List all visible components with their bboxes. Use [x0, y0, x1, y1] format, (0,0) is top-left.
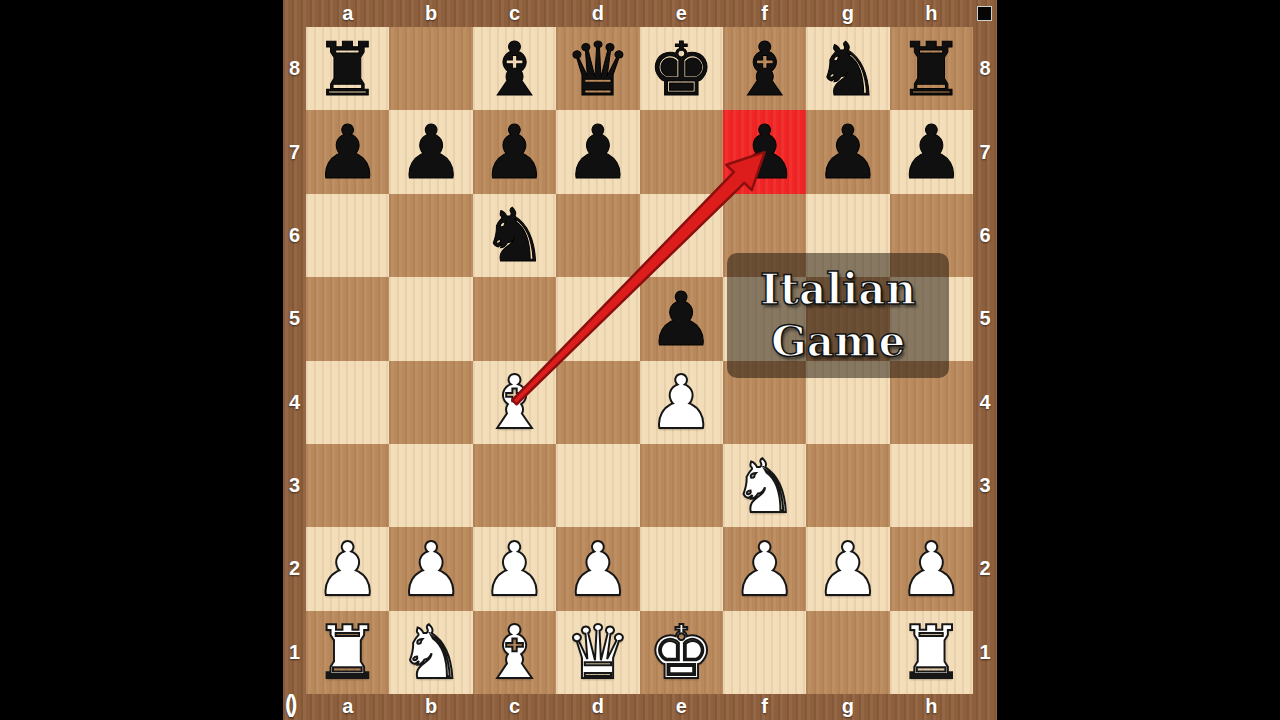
square-d5[interactable] [556, 277, 639, 360]
piece-white-pawn[interactable]: ♟ [565, 532, 631, 606]
piece-white-pawn[interactable]: ♟ [648, 365, 714, 439]
square-c8[interactable]: ♝ [473, 27, 556, 110]
rank-label-8: 8 [283, 27, 306, 110]
square-b7[interactable]: ♟ [389, 110, 472, 193]
rank-label-7: 7 [283, 110, 306, 193]
square-d1[interactable]: ♛ [556, 611, 639, 694]
piece-white-pawn[interactable]: ♟ [898, 532, 964, 606]
piece-black-rook[interactable]: ♜ [898, 32, 964, 106]
square-f8[interactable]: ♝ [723, 27, 806, 110]
square-d6[interactable] [556, 194, 639, 277]
square-g3[interactable] [806, 444, 889, 527]
piece-black-pawn[interactable]: ♟ [815, 115, 881, 189]
rank-label-5: 5 [973, 277, 997, 360]
square-g7[interactable]: ♟ [806, 110, 889, 193]
square-d3[interactable] [556, 444, 639, 527]
square-c2[interactable]: ♟ [473, 527, 556, 610]
square-a3[interactable] [306, 444, 389, 527]
piece-white-pawn[interactable]: ♟ [315, 532, 381, 606]
square-g2[interactable]: ♟ [806, 527, 889, 610]
file-label-d: d [556, 0, 639, 27]
file-label-a: a [306, 693, 389, 720]
rank-label-4: 4 [283, 361, 306, 444]
square-g1[interactable] [806, 611, 889, 694]
square-b8[interactable] [389, 27, 472, 110]
opening-label-line2: Game [771, 316, 905, 367]
square-a5[interactable] [306, 277, 389, 360]
rank-label-8: 8 [973, 27, 997, 110]
piece-white-queen[interactable]: ♛ [565, 615, 631, 689]
file-label-c: c [473, 693, 556, 720]
square-c3[interactable] [473, 444, 556, 527]
piece-black-bishop[interactable]: ♝ [731, 32, 797, 106]
square-e1[interactable]: ♚ [640, 611, 723, 694]
opening-label-line1: Italian [760, 264, 916, 315]
file-label-h: h [890, 693, 973, 720]
square-c7[interactable]: ♟ [473, 110, 556, 193]
piece-black-knight[interactable]: ♞ [815, 32, 881, 106]
piece-black-pawn[interactable]: ♟ [398, 115, 464, 189]
rank-label-2: 2 [973, 527, 997, 610]
square-c4[interactable]: ♝ [473, 361, 556, 444]
piece-black-pawn[interactable]: ♟ [898, 115, 964, 189]
rank-labels-left: 87654321 [283, 27, 306, 694]
rank-label-6: 6 [283, 194, 306, 277]
piece-white-bishop[interactable]: ♝ [481, 615, 547, 689]
rank-label-3: 3 [973, 444, 997, 527]
piece-white-knight[interactable]: ♞ [398, 615, 464, 689]
square-c6[interactable]: ♞ [473, 194, 556, 277]
rank-label-1: 1 [283, 611, 306, 694]
rank-label-1: 1 [973, 611, 997, 694]
square-c1[interactable]: ♝ [473, 611, 556, 694]
square-b1[interactable]: ♞ [389, 611, 472, 694]
piece-black-knight[interactable]: ♞ [481, 198, 547, 272]
piece-white-king[interactable]: ♚ [648, 615, 714, 689]
square-b5[interactable] [389, 277, 472, 360]
square-a1[interactable]: ♜ [306, 611, 389, 694]
square-f7[interactable]: ♟ [723, 110, 806, 193]
rank-label-7: 7 [973, 110, 997, 193]
square-c5[interactable] [473, 277, 556, 360]
file-label-a: a [306, 0, 389, 27]
square-d7[interactable]: ♟ [556, 110, 639, 193]
piece-black-pawn[interactable]: ♟ [648, 282, 714, 356]
rank-label-4: 4 [973, 361, 997, 444]
square-f2[interactable]: ♟ [723, 527, 806, 610]
square-h3[interactable] [890, 444, 973, 527]
square-h8[interactable]: ♜ [890, 27, 973, 110]
file-label-g: g [806, 0, 889, 27]
chess-board-frame: abcdefgh abcdefgh 87654321 87654321 ♜♝♛♚… [283, 0, 997, 720]
square-e4[interactable]: ♟ [640, 361, 723, 444]
square-e8[interactable]: ♚ [640, 27, 723, 110]
piece-black-pawn[interactable]: ♟ [731, 115, 797, 189]
square-h2[interactable]: ♟ [890, 527, 973, 610]
file-label-d: d [556, 693, 639, 720]
square-g8[interactable]: ♞ [806, 27, 889, 110]
file-label-g: g [806, 693, 889, 720]
file-label-c: c [473, 0, 556, 27]
opening-label: Italian Game [727, 253, 949, 378]
rank-label-6: 6 [973, 194, 997, 277]
square-b6[interactable] [389, 194, 472, 277]
corner-square-icon[interactable] [977, 6, 992, 21]
piece-white-pawn[interactable]: ♟ [398, 532, 464, 606]
square-e2[interactable] [640, 527, 723, 610]
square-a4[interactable] [306, 361, 389, 444]
video-frame: abcdefgh abcdefgh 87654321 87654321 ♜♝♛♚… [0, 0, 1280, 720]
piece-white-knight[interactable]: ♞ [731, 449, 797, 523]
piece-black-pawn[interactable]: ♟ [565, 115, 631, 189]
file-label-f: f [723, 693, 806, 720]
square-a8[interactable]: ♜ [306, 27, 389, 110]
flip-board-icon[interactable]: () [285, 690, 294, 718]
file-label-f: f [723, 0, 806, 27]
file-label-b: b [389, 693, 472, 720]
square-f3[interactable]: ♞ [723, 444, 806, 527]
piece-white-rook[interactable]: ♜ [315, 615, 381, 689]
file-labels-top: abcdefgh [306, 0, 973, 27]
square-d2[interactable]: ♟ [556, 527, 639, 610]
file-label-e: e [640, 693, 723, 720]
piece-black-pawn[interactable]: ♟ [481, 115, 547, 189]
rank-labels-right: 87654321 [973, 27, 997, 694]
rank-label-2: 2 [283, 527, 306, 610]
square-h1[interactable]: ♜ [890, 611, 973, 694]
piece-white-pawn[interactable]: ♟ [731, 532, 797, 606]
square-b3[interactable] [389, 444, 472, 527]
piece-white-pawn[interactable]: ♟ [481, 532, 547, 606]
rank-label-3: 3 [283, 444, 306, 527]
rank-label-5: 5 [283, 277, 306, 360]
square-a6[interactable] [306, 194, 389, 277]
square-f1[interactable] [723, 611, 806, 694]
file-labels-bottom: abcdefgh [306, 693, 973, 720]
square-a7[interactable]: ♟ [306, 110, 389, 193]
square-a2[interactable]: ♟ [306, 527, 389, 610]
piece-black-king[interactable]: ♚ [648, 32, 714, 106]
file-label-h: h [890, 0, 973, 27]
square-d8[interactable]: ♛ [556, 27, 639, 110]
square-b2[interactable]: ♟ [389, 527, 472, 610]
letterbox-right [997, 0, 1280, 720]
square-e6[interactable] [640, 194, 723, 277]
file-label-b: b [389, 0, 472, 27]
piece-black-rook[interactable]: ♜ [315, 32, 381, 106]
square-b4[interactable] [389, 361, 472, 444]
square-e5[interactable]: ♟ [640, 277, 723, 360]
square-h7[interactable]: ♟ [890, 110, 973, 193]
square-e3[interactable] [640, 444, 723, 527]
letterbox-left [0, 0, 283, 720]
square-d4[interactable] [556, 361, 639, 444]
piece-black-bishop[interactable]: ♝ [481, 32, 547, 106]
piece-black-pawn[interactable]: ♟ [315, 115, 381, 189]
piece-white-rook[interactable]: ♜ [898, 615, 964, 689]
piece-white-pawn[interactable]: ♟ [815, 532, 881, 606]
file-label-e: e [640, 0, 723, 27]
piece-black-queen[interactable]: ♛ [565, 32, 631, 106]
square-e7[interactable] [640, 110, 723, 193]
piece-white-bishop[interactable]: ♝ [481, 365, 547, 439]
